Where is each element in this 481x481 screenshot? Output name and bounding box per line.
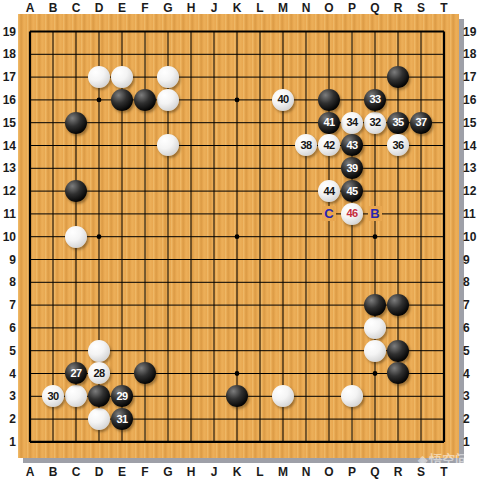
black-stone-E16 [111, 89, 133, 111]
move-number: 38 [300, 140, 311, 151]
row-label-left-17: 17 [0, 70, 16, 84]
go-board-diagram: AABBCCDDEEFFGGHHJJKKLLMMNNOOPPQQRRSSTT19… [0, 0, 481, 481]
row-label-left-6: 6 [0, 321, 16, 335]
white-stone-D2 [88, 408, 110, 430]
column-label-bottom-M: M [273, 465, 293, 479]
move-number: 37 [415, 117, 426, 128]
white-stone-G14 [157, 134, 179, 156]
column-label-bottom-B: B [43, 465, 63, 479]
row-label-right-18: 18 [463, 47, 479, 61]
move-number: 29 [116, 391, 127, 402]
column-label-top-R: R [388, 1, 408, 15]
row-label-left-16: 16 [0, 93, 16, 107]
black-stone-E3: 29 [111, 385, 133, 407]
column-label-bottom-E: E [112, 465, 132, 479]
white-stone-P11: 46 [341, 203, 363, 225]
black-stone-P12: 45 [341, 180, 363, 202]
column-label-top-D: D [89, 1, 109, 15]
column-label-bottom-R: R [388, 465, 408, 479]
row-label-left-11: 11 [0, 207, 16, 221]
white-stone-R14: 36 [387, 134, 409, 156]
column-label-top-H: H [181, 1, 201, 15]
black-stone-R7 [387, 294, 409, 316]
black-stone-O16 [318, 89, 340, 111]
row-label-right-17: 17 [463, 70, 479, 84]
white-stone-C10 [65, 226, 87, 248]
column-label-bottom-C: C [66, 465, 86, 479]
row-label-right-13: 13 [463, 161, 479, 175]
row-label-right-11: 11 [463, 207, 479, 221]
row-label-right-10: 10 [463, 230, 479, 244]
column-label-bottom-L: L [250, 465, 270, 479]
row-label-left-1: 1 [0, 435, 16, 449]
column-label-bottom-A: A [20, 465, 40, 479]
white-stone-Q6 [364, 317, 386, 339]
move-number: 41 [323, 117, 334, 128]
column-label-bottom-J: J [204, 465, 224, 479]
row-label-right-4: 4 [463, 367, 479, 381]
white-stone-B3: 30 [42, 385, 64, 407]
black-stone-Q16: 33 [364, 89, 386, 111]
white-stone-N14: 38 [295, 134, 317, 156]
row-label-right-14: 14 [463, 139, 479, 153]
row-label-right-12: 12 [463, 184, 479, 198]
column-label-top-O: O [319, 1, 339, 15]
watermark-text: 悟空问答 [429, 451, 481, 469]
white-stone-E17 [111, 66, 133, 88]
row-label-left-8: 8 [0, 275, 16, 289]
column-label-top-T: T [434, 1, 454, 15]
column-label-top-N: N [296, 1, 316, 15]
black-stone-F16 [134, 89, 156, 111]
row-label-left-19: 19 [0, 25, 16, 39]
row-label-right-16: 16 [463, 93, 479, 107]
row-label-right-19: 19 [463, 25, 479, 39]
row-label-left-4: 4 [0, 367, 16, 381]
letter-mark-B: B [368, 206, 381, 221]
row-label-right-5: 5 [463, 344, 479, 358]
move-number: 32 [369, 117, 380, 128]
column-label-bottom-G: G [158, 465, 178, 479]
column-label-top-A: A [20, 1, 40, 15]
move-number: 30 [47, 391, 58, 402]
row-label-right-15: 15 [463, 116, 479, 130]
move-number: 40 [277, 94, 288, 105]
column-label-bottom-K: K [227, 465, 247, 479]
black-stone-Q7 [364, 294, 386, 316]
column-label-top-E: E [112, 1, 132, 15]
move-number: 36 [392, 140, 403, 151]
white-stone-Q15: 32 [364, 112, 386, 134]
row-label-left-13: 13 [0, 161, 16, 175]
row-label-left-14: 14 [0, 139, 16, 153]
column-label-bottom-D: D [89, 465, 109, 479]
column-label-top-G: G [158, 1, 178, 15]
column-label-top-Q: Q [365, 1, 385, 15]
move-number: 42 [323, 140, 334, 151]
row-label-left-5: 5 [0, 344, 16, 358]
black-stone-K3 [226, 385, 248, 407]
wukong-logo-icon: ◈ [418, 453, 427, 467]
column-label-top-L: L [250, 1, 270, 15]
column-label-bottom-O: O [319, 465, 339, 479]
black-stone-R15: 35 [387, 112, 409, 134]
row-label-right-1: 1 [463, 435, 479, 449]
black-stone-O15: 41 [318, 112, 340, 134]
row-label-right-3: 3 [463, 389, 479, 403]
column-label-bottom-N: N [296, 465, 316, 479]
black-stone-P14: 43 [341, 134, 363, 156]
row-label-left-2: 2 [0, 412, 16, 426]
black-stone-C4: 27 [65, 362, 87, 384]
black-stone-S15: 37 [410, 112, 432, 134]
board-grid: 2728293031323334353637383940414243444546… [19, 20, 456, 453]
row-label-right-7: 7 [463, 298, 479, 312]
column-label-top-F: F [135, 1, 155, 15]
move-number: 35 [392, 117, 403, 128]
white-stone-P3 [341, 385, 363, 407]
black-stone-E2: 31 [111, 408, 133, 430]
row-label-right-2: 2 [463, 412, 479, 426]
white-stone-M3 [272, 385, 294, 407]
black-stone-R4 [387, 362, 409, 384]
move-number: 27 [70, 368, 81, 379]
black-stone-P13: 39 [341, 157, 363, 179]
move-number: 31 [116, 414, 127, 425]
white-stone-Q5 [364, 340, 386, 362]
row-label-left-9: 9 [0, 253, 16, 267]
black-stone-C15 [65, 112, 87, 134]
move-number: 39 [346, 163, 357, 174]
row-label-left-3: 3 [0, 389, 16, 403]
white-stone-O14: 42 [318, 134, 340, 156]
move-number: 44 [323, 186, 334, 197]
column-label-top-M: M [273, 1, 293, 15]
column-label-bottom-F: F [135, 465, 155, 479]
row-label-left-15: 15 [0, 116, 16, 130]
move-number: 46 [346, 208, 357, 219]
row-label-left-7: 7 [0, 298, 16, 312]
black-stone-R5 [387, 340, 409, 362]
row-label-right-6: 6 [463, 321, 479, 335]
row-label-left-18: 18 [0, 47, 16, 61]
white-stone-D17 [88, 66, 110, 88]
move-number: 33 [369, 94, 380, 105]
black-stone-F4 [134, 362, 156, 384]
white-stone-O12: 44 [318, 180, 340, 202]
white-stone-G16 [157, 89, 179, 111]
row-label-right-9: 9 [463, 253, 479, 267]
white-stone-P15: 34 [341, 112, 363, 134]
white-stone-D4: 28 [88, 362, 110, 384]
column-label-bottom-Q: Q [365, 465, 385, 479]
move-number: 43 [346, 140, 357, 151]
column-label-top-B: B [43, 1, 63, 15]
black-stone-R17 [387, 66, 409, 88]
black-stone-C12 [65, 180, 87, 202]
letter-mark-C: C [322, 206, 335, 221]
row-label-left-12: 12 [0, 184, 16, 198]
white-stone-M16: 40 [272, 89, 294, 111]
black-stone-D3 [88, 385, 110, 407]
move-number: 45 [346, 186, 357, 197]
white-stone-D5 [88, 340, 110, 362]
column-label-bottom-H: H [181, 465, 201, 479]
column-label-top-S: S [411, 1, 431, 15]
move-number: 34 [346, 117, 357, 128]
watermark: ◈ 悟空问答 [418, 451, 481, 469]
column-label-top-K: K [227, 1, 247, 15]
column-label-bottom-P: P [342, 465, 362, 479]
column-label-top-C: C [66, 1, 86, 15]
white-stone-C3 [65, 385, 87, 407]
move-number: 28 [93, 368, 104, 379]
column-label-top-J: J [204, 1, 224, 15]
row-label-right-8: 8 [463, 275, 479, 289]
white-stone-G17 [157, 66, 179, 88]
row-label-left-10: 10 [0, 230, 16, 244]
column-label-top-P: P [342, 1, 362, 15]
